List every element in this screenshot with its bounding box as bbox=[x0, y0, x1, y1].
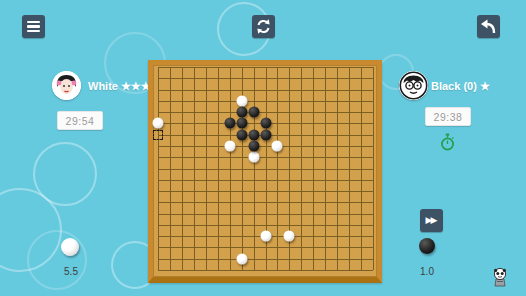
restart-icon bbox=[255, 18, 272, 35]
grid-line bbox=[301, 67, 302, 270]
grid-line bbox=[158, 214, 373, 215]
grid-line bbox=[361, 67, 362, 270]
go-board[interactable] bbox=[148, 60, 382, 283]
white-stone bbox=[284, 231, 295, 242]
board-grid[interactable] bbox=[158, 67, 373, 270]
white-score-value: 5.5 bbox=[56, 266, 86, 277]
white-stone bbox=[153, 118, 164, 129]
fast-forward-icon: ▶▶ bbox=[426, 216, 438, 225]
black-timer: 29:38 bbox=[425, 107, 471, 126]
app-window: White ★★★ 29:54 Black (0) ★ 29:38 ▶▶ bbox=[0, 0, 526, 296]
black-stone bbox=[236, 118, 247, 129]
grid-line bbox=[325, 67, 326, 270]
grid-line bbox=[373, 67, 374, 270]
black-player-avatar bbox=[399, 71, 428, 100]
hamburger-icon bbox=[27, 21, 40, 33]
black-score-value: 1.0 bbox=[412, 266, 442, 277]
white-player-name: White ★★★ bbox=[88, 80, 151, 93]
grid-line bbox=[158, 259, 373, 260]
black-stone bbox=[248, 140, 259, 151]
white-timer: 29:54 bbox=[57, 111, 103, 130]
black-stone bbox=[248, 129, 259, 140]
black-stone bbox=[236, 129, 247, 140]
robot-mascot-icon bbox=[491, 267, 509, 287]
menu-button[interactable] bbox=[22, 15, 45, 38]
white-player-avatar bbox=[52, 71, 81, 100]
grid-line bbox=[158, 247, 373, 248]
white-stone bbox=[236, 95, 247, 106]
white-stone bbox=[224, 140, 235, 151]
boy-avatar-icon bbox=[399, 71, 428, 100]
black-timer-value: 29:38 bbox=[434, 111, 463, 123]
white-stone bbox=[260, 231, 271, 242]
grid-line bbox=[313, 67, 314, 270]
restart-button[interactable] bbox=[252, 15, 275, 38]
white-stone bbox=[272, 140, 283, 151]
black-stone bbox=[236, 107, 247, 118]
girl-avatar-icon bbox=[52, 71, 81, 100]
grid-line bbox=[158, 180, 373, 181]
white-stone bbox=[248, 152, 259, 163]
undo-icon bbox=[480, 18, 497, 35]
grid-line bbox=[349, 67, 350, 270]
black-score-stone bbox=[419, 238, 435, 254]
black-stone bbox=[224, 118, 235, 129]
fast-forward-button[interactable]: ▶▶ bbox=[420, 209, 443, 232]
grid-line bbox=[158, 191, 373, 192]
bubble-decoration bbox=[27, 230, 87, 290]
black-player-name: Black (0) ★ bbox=[431, 80, 490, 93]
grid-line bbox=[277, 67, 278, 270]
white-timer-value: 29:54 bbox=[66, 115, 95, 127]
grid-line bbox=[337, 67, 338, 270]
grid-line bbox=[158, 225, 373, 226]
white-score-stone bbox=[61, 238, 79, 256]
black-stone bbox=[260, 118, 271, 129]
capture-marker bbox=[153, 130, 163, 140]
grid-line bbox=[158, 270, 373, 271]
grid-line bbox=[158, 169, 373, 170]
white-stone bbox=[236, 253, 247, 264]
undo-button[interactable] bbox=[477, 15, 500, 38]
black-stone bbox=[260, 129, 271, 140]
stopwatch-icon bbox=[440, 133, 455, 151]
grid-line bbox=[158, 202, 373, 203]
black-stone bbox=[248, 107, 259, 118]
